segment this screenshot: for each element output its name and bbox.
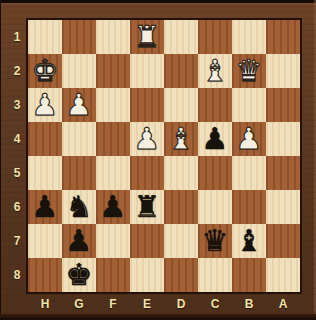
rank-label-4: 4 bbox=[0, 122, 28, 156]
square-b6 bbox=[232, 190, 266, 224]
white-pawn-b4: ♟ bbox=[236, 122, 263, 156]
square-a3 bbox=[266, 88, 300, 122]
rank-label-2: 2 bbox=[0, 54, 28, 88]
white-queen-b2: ♛ bbox=[236, 54, 263, 88]
square-h3: ♟ bbox=[28, 88, 62, 122]
square-g5 bbox=[62, 156, 96, 190]
square-g2 bbox=[62, 54, 96, 88]
square-g3: ♟ bbox=[62, 88, 96, 122]
square-d2 bbox=[164, 54, 198, 88]
square-f7 bbox=[96, 224, 130, 258]
square-a5 bbox=[266, 156, 300, 190]
white-bishop-c2: ♝ bbox=[202, 54, 229, 88]
square-e6: ♜ bbox=[130, 190, 164, 224]
square-f8 bbox=[96, 258, 130, 292]
file-label-C: C bbox=[198, 292, 232, 316]
square-e7 bbox=[130, 224, 164, 258]
square-a7 bbox=[266, 224, 300, 258]
square-e1: ♜ bbox=[130, 20, 164, 54]
file-label-F: F bbox=[96, 292, 130, 316]
square-h8 bbox=[28, 258, 62, 292]
square-b3 bbox=[232, 88, 266, 122]
square-b1 bbox=[232, 20, 266, 54]
square-g4 bbox=[62, 122, 96, 156]
square-f1 bbox=[96, 20, 130, 54]
square-c2: ♝ bbox=[198, 54, 232, 88]
square-g6: ♞ bbox=[62, 190, 96, 224]
file-label-E: E bbox=[130, 292, 164, 316]
square-a4 bbox=[266, 122, 300, 156]
square-d6 bbox=[164, 190, 198, 224]
black-pawn-f6: ♟ bbox=[100, 190, 127, 224]
square-h2: ♚ bbox=[28, 54, 62, 88]
chess-diagram: 12345678 ♜♚♝♛♟♟♟♝♟♟♟♞♟♜♟♛♝♚ HGFEDCBA bbox=[0, 0, 316, 320]
square-h1 bbox=[28, 20, 62, 54]
rank-labels: 12345678 bbox=[0, 20, 28, 292]
square-f3 bbox=[96, 88, 130, 122]
square-e4: ♟ bbox=[130, 122, 164, 156]
black-queen-c7: ♛ bbox=[202, 224, 229, 258]
file-label-D: D bbox=[164, 292, 198, 316]
rank-label-5: 5 bbox=[0, 156, 28, 190]
square-d8 bbox=[164, 258, 198, 292]
square-f2 bbox=[96, 54, 130, 88]
square-e5 bbox=[130, 156, 164, 190]
white-bishop-d4: ♝ bbox=[168, 122, 195, 156]
black-rook-e6: ♜ bbox=[134, 190, 161, 224]
file-label-G: G bbox=[62, 292, 96, 316]
square-f6: ♟ bbox=[96, 190, 130, 224]
square-h6: ♟ bbox=[28, 190, 62, 224]
square-e8 bbox=[130, 258, 164, 292]
square-h7 bbox=[28, 224, 62, 258]
square-c7: ♛ bbox=[198, 224, 232, 258]
rank-label-7: 7 bbox=[0, 224, 28, 258]
square-g8: ♚ bbox=[62, 258, 96, 292]
square-c5 bbox=[198, 156, 232, 190]
square-g7: ♟ bbox=[62, 224, 96, 258]
square-e2 bbox=[130, 54, 164, 88]
square-g1 bbox=[62, 20, 96, 54]
square-d5 bbox=[164, 156, 198, 190]
square-d4: ♝ bbox=[164, 122, 198, 156]
white-pawn-h3: ♟ bbox=[32, 88, 59, 122]
black-pawn-c4: ♟ bbox=[202, 122, 229, 156]
white-rook-e1: ♜ bbox=[134, 20, 161, 54]
square-a8 bbox=[266, 258, 300, 292]
rank-label-8: 8 bbox=[0, 258, 28, 292]
square-d1 bbox=[164, 20, 198, 54]
rank-label-6: 6 bbox=[0, 190, 28, 224]
file-label-A: A bbox=[266, 292, 300, 316]
white-pawn-e4: ♟ bbox=[134, 122, 161, 156]
file-labels: HGFEDCBA bbox=[28, 292, 300, 316]
square-b7: ♝ bbox=[232, 224, 266, 258]
square-c4: ♟ bbox=[198, 122, 232, 156]
rank-label-3: 3 bbox=[0, 88, 28, 122]
white-king-h2: ♚ bbox=[32, 54, 59, 88]
square-b2: ♛ bbox=[232, 54, 266, 88]
square-b8 bbox=[232, 258, 266, 292]
black-knight-g6: ♞ bbox=[66, 190, 93, 224]
square-a6 bbox=[266, 190, 300, 224]
black-pawn-g7: ♟ bbox=[66, 224, 93, 258]
square-h5 bbox=[28, 156, 62, 190]
square-a2 bbox=[266, 54, 300, 88]
file-label-H: H bbox=[28, 292, 62, 316]
square-d7 bbox=[164, 224, 198, 258]
square-d3 bbox=[164, 88, 198, 122]
black-pawn-h6: ♟ bbox=[32, 190, 59, 224]
file-label-B: B bbox=[232, 292, 266, 316]
frame-top-bevel bbox=[0, 3, 316, 5]
square-f5 bbox=[96, 156, 130, 190]
black-king-g8: ♚ bbox=[66, 258, 93, 292]
square-c8 bbox=[198, 258, 232, 292]
square-h4 bbox=[28, 122, 62, 156]
square-f4 bbox=[96, 122, 130, 156]
frame-right-bevel bbox=[314, 0, 316, 320]
square-c3 bbox=[198, 88, 232, 122]
square-b5 bbox=[232, 156, 266, 190]
square-e3 bbox=[130, 88, 164, 122]
board: ♜♚♝♛♟♟♟♝♟♟♟♞♟♜♟♛♝♚ bbox=[28, 20, 300, 292]
white-pawn-g3: ♟ bbox=[66, 88, 93, 122]
square-a1 bbox=[266, 20, 300, 54]
rank-label-1: 1 bbox=[0, 20, 28, 54]
black-bishop-b7: ♝ bbox=[236, 224, 263, 258]
square-b4: ♟ bbox=[232, 122, 266, 156]
square-c6 bbox=[198, 190, 232, 224]
square-c1 bbox=[198, 20, 232, 54]
